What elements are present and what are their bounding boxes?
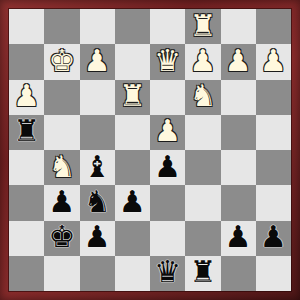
square-a2[interactable] [9,221,44,256]
square-c3[interactable]: ♞ [80,185,115,220]
square-f6[interactable]: ♞ [185,80,220,115]
piece-black-king: ♚ [48,222,75,252]
square-d6[interactable]: ♜ [115,80,150,115]
square-b8[interactable] [44,9,79,44]
square-g1[interactable] [221,256,256,291]
square-a5[interactable]: ♜ [9,115,44,150]
square-a7[interactable] [9,44,44,79]
square-e5[interactable]: ♟ [150,115,185,150]
square-h5[interactable] [256,115,291,150]
square-h6[interactable] [256,80,291,115]
square-f8[interactable]: ♜ [185,9,220,44]
piece-white-pawn: ♟ [189,46,216,76]
square-h1[interactable] [256,256,291,291]
piece-white-rook: ♜ [119,81,146,111]
square-g7[interactable]: ♟ [221,44,256,79]
square-d3[interactable]: ♟ [115,185,150,220]
square-b3[interactable]: ♟ [44,185,79,220]
piece-black-rook: ♜ [189,257,216,287]
square-d5[interactable] [115,115,150,150]
square-d4[interactable] [115,150,150,185]
square-e7[interactable]: ♛ [150,44,185,79]
square-g5[interactable] [221,115,256,150]
piece-black-rook: ♜ [13,116,40,146]
square-c7[interactable]: ♟ [80,44,115,79]
piece-black-pawn: ♟ [225,222,252,252]
square-d8[interactable] [115,9,150,44]
square-e6[interactable] [150,80,185,115]
square-b1[interactable] [44,256,79,291]
piece-white-pawn: ♟ [154,116,181,146]
square-a8[interactable] [9,9,44,44]
piece-black-knight: ♞ [84,187,111,217]
square-f3[interactable] [185,185,220,220]
square-b2[interactable]: ♚ [44,221,79,256]
square-c8[interactable] [80,9,115,44]
square-h4[interactable] [256,150,291,185]
piece-white-rook: ♜ [189,11,216,41]
square-c1[interactable] [80,256,115,291]
piece-white-knight: ♞ [189,81,216,111]
square-g2[interactable]: ♟ [221,221,256,256]
square-f4[interactable] [185,150,220,185]
piece-white-pawn: ♟ [13,81,40,111]
square-g4[interactable] [221,150,256,185]
board-frame: ♜♚♟♛♟♟♟♟♜♞♜♟♞♝♟♟♞♟♚♟♟♟♛♜ [0,0,300,300]
square-b6[interactable] [44,80,79,115]
square-c5[interactable] [80,115,115,150]
piece-white-pawn: ♟ [225,46,252,76]
piece-black-bishop: ♝ [84,152,111,182]
piece-white-pawn: ♟ [84,46,111,76]
square-c4[interactable]: ♝ [80,150,115,185]
square-b4[interactable]: ♞ [44,150,79,185]
square-d1[interactable] [115,256,150,291]
piece-black-pawn: ♟ [154,152,181,182]
square-d2[interactable] [115,221,150,256]
piece-black-pawn: ♟ [84,222,111,252]
square-g8[interactable] [221,9,256,44]
square-c2[interactable]: ♟ [80,221,115,256]
piece-black-pawn: ♟ [260,222,287,252]
square-b5[interactable] [44,115,79,150]
square-g6[interactable] [221,80,256,115]
square-e1[interactable]: ♛ [150,256,185,291]
piece-white-queen: ♛ [154,46,181,76]
piece-white-knight: ♞ [48,152,75,182]
square-h2[interactable]: ♟ [256,221,291,256]
square-g3[interactable] [221,185,256,220]
square-a1[interactable] [9,256,44,291]
piece-black-queen: ♛ [154,257,181,287]
square-a6[interactable]: ♟ [9,80,44,115]
square-h3[interactable] [256,185,291,220]
square-b7[interactable]: ♚ [44,44,79,79]
piece-black-pawn: ♟ [48,187,75,217]
square-h7[interactable]: ♟ [256,44,291,79]
square-h8[interactable] [256,9,291,44]
square-f5[interactable] [185,115,220,150]
square-e2[interactable] [150,221,185,256]
square-a4[interactable] [9,150,44,185]
square-f2[interactable] [185,221,220,256]
square-e8[interactable] [150,9,185,44]
square-e3[interactable] [150,185,185,220]
square-f7[interactable]: ♟ [185,44,220,79]
square-d7[interactable] [115,44,150,79]
square-e4[interactable]: ♟ [150,150,185,185]
piece-white-pawn: ♟ [260,46,287,76]
chess-board: ♜♚♟♛♟♟♟♟♜♞♜♟♞♝♟♟♞♟♚♟♟♟♛♜ [9,9,291,291]
square-f1[interactable]: ♜ [185,256,220,291]
piece-black-pawn: ♟ [119,187,146,217]
square-c6[interactable] [80,80,115,115]
piece-white-king: ♚ [48,46,75,76]
square-a3[interactable] [9,185,44,220]
